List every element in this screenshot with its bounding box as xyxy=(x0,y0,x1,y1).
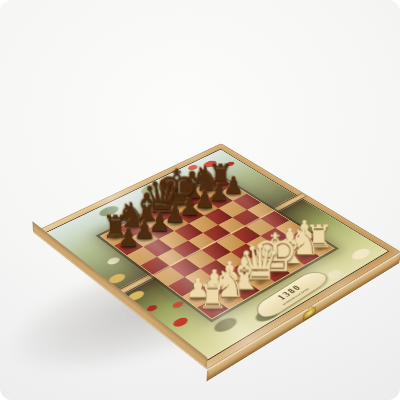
perspective-wrapper: ♜♞♝♛♚♝♞♜♟♟♟♟♟♟♟♟♟♟♟♟♟♟♟♟♜♞♝♛♚♝♞♜ 1380 КУ… xyxy=(0,0,400,400)
folding-chess-box: ♜♞♝♛♚♝♞♜♟♟♟♟♟♟♟♟♟♟♟♟♟♟♟♟♜♞♝♛♚♝♞♜ 1380 КУ… xyxy=(33,143,400,369)
piece-glyph: ♜ xyxy=(180,282,245,310)
piece-glyph: ♟ xyxy=(99,227,159,248)
brass-latch-icon xyxy=(303,306,315,320)
photo-scene: ♜♞♝♛♚♝♞♜♟♟♟♟♟♟♟♟♟♟♟♟♟♟♟♟♜♞♝♛♚♝♞♜ 1380 КУ… xyxy=(0,0,400,400)
board-top-face: ♜♞♝♛♚♝♞♜♟♟♟♟♟♟♟♟♟♟♟♟♟♟♟♟♜♞♝♛♚♝♞♜ 1380 КУ… xyxy=(33,143,400,369)
